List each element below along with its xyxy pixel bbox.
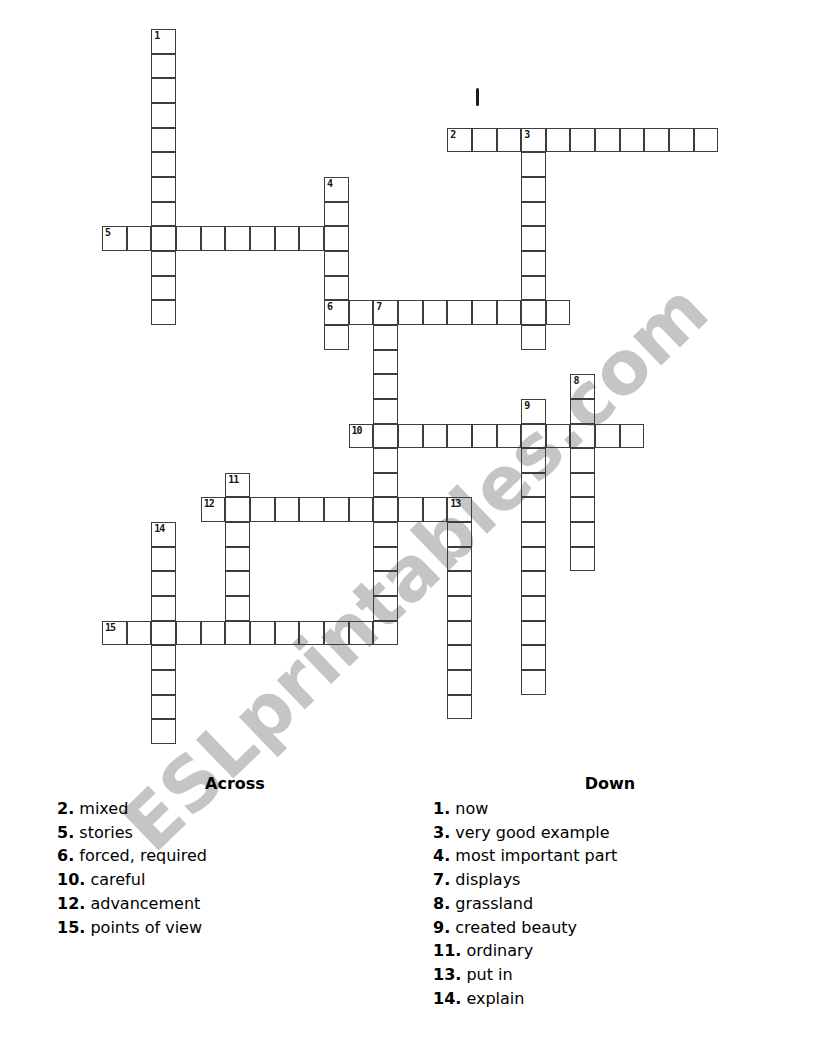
grid-cell[interactable]	[644, 128, 669, 153]
across-title: Across	[57, 775, 413, 793]
grid-cell[interactable]	[151, 103, 176, 128]
grid-cell[interactable]: 2	[447, 128, 472, 153]
grid-cell[interactable]	[447, 300, 472, 325]
grid-cell[interactable]	[694, 128, 719, 153]
grid-cell[interactable]	[521, 571, 546, 596]
clue-item-number: 6.	[57, 846, 74, 865]
clue-item-number: 5.	[57, 823, 74, 842]
clue-item: 2. mixed	[57, 797, 413, 821]
grid-cell[interactable]	[151, 128, 176, 153]
grid-cell[interactable]	[570, 547, 595, 572]
grid-cell[interactable]	[299, 497, 324, 522]
clue-item: 6. forced, required	[57, 844, 413, 868]
clue-item: 1. now	[433, 797, 787, 821]
grid-cell[interactable]	[521, 473, 546, 498]
grid-cell[interactable]	[447, 621, 472, 646]
clue-number: 5	[105, 227, 110, 239]
clue-item-number: 10.	[57, 870, 85, 889]
across-clue-list: 2. mixed5. stories6. forced, required10.…	[57, 797, 413, 939]
grid-cell[interactable]	[201, 621, 226, 646]
grid-cell[interactable]	[472, 128, 497, 153]
grid-cell[interactable]	[324, 325, 349, 350]
grid-cell[interactable]: 3	[521, 128, 546, 153]
grid-cell[interactable]	[521, 522, 546, 547]
grid-cell[interactable]	[521, 645, 546, 670]
grid-cell[interactable]: 4	[324, 177, 349, 202]
clue-item-number: 2.	[57, 799, 74, 818]
grid-cell[interactable]: 10	[349, 424, 374, 449]
grid-cell[interactable]	[373, 424, 398, 449]
clue-number: 7	[376, 301, 381, 313]
stray-cursor-mark	[476, 88, 479, 106]
grid-cell[interactable]: 11	[225, 473, 250, 498]
clue-item: 5. stories	[57, 821, 413, 845]
grid-cell[interactable]	[225, 621, 250, 646]
grid-cell[interactable]	[521, 448, 546, 473]
grid-cell[interactable]	[324, 202, 349, 227]
grid-cell[interactable]	[373, 547, 398, 572]
grid-cell[interactable]	[151, 596, 176, 621]
grid-cell[interactable]	[299, 226, 324, 251]
grid-cell[interactable]	[151, 226, 176, 251]
clue-item-number: 12.	[57, 894, 85, 913]
grid-cell[interactable]	[570, 424, 595, 449]
grid-cell[interactable]	[521, 424, 546, 449]
grid-cell[interactable]	[447, 571, 472, 596]
grid-cell[interactable]	[497, 424, 522, 449]
grid-cell[interactable]	[324, 276, 349, 301]
grid-cell[interactable]	[521, 325, 546, 350]
grid-cell[interactable]	[324, 621, 349, 646]
grid-cell[interactable]	[521, 251, 546, 276]
grid-cell[interactable]	[275, 621, 300, 646]
grid-cell[interactable]	[497, 300, 522, 325]
grid-cell[interactable]	[521, 547, 546, 572]
grid-cell[interactable]	[570, 399, 595, 424]
grid-cell[interactable]: 12	[201, 497, 226, 522]
grid-cell[interactable]	[423, 424, 448, 449]
clue-item-number: 11.	[433, 941, 461, 960]
grid-cell[interactable]	[275, 497, 300, 522]
grid-cell[interactable]	[497, 128, 522, 153]
grid-cell[interactable]	[250, 497, 275, 522]
grid-cell[interactable]	[373, 596, 398, 621]
crossword-worksheet: ESLprintables.com 123456789101112131415 …	[0, 0, 821, 1062]
grid-cell[interactable]: 15	[102, 621, 127, 646]
clue-number: 1	[154, 30, 159, 42]
grid-cell[interactable]	[521, 276, 546, 301]
grid-cell[interactable]	[151, 152, 176, 177]
grid-cell[interactable]	[570, 128, 595, 153]
clue-item: 14. explain	[433, 987, 787, 1011]
grid-cell[interactable]: 9	[521, 399, 546, 424]
grid-cell[interactable]	[521, 596, 546, 621]
down-clues-section: Down 1. now3. very good example4. most i…	[433, 775, 787, 1010]
grid-cell[interactable]	[225, 547, 250, 572]
grid-cell[interactable]	[151, 621, 176, 646]
grid-cell[interactable]	[373, 497, 398, 522]
clue-item-number: 1.	[433, 799, 450, 818]
down-clue-list: 1. now3. very good example4. most import…	[433, 797, 787, 1010]
grid-cell[interactable]: 8	[570, 374, 595, 399]
grid-cell[interactable]: 1	[151, 29, 176, 54]
grid-cell[interactable]	[151, 547, 176, 572]
clue-item: 12. advancement	[57, 892, 413, 916]
grid-cell[interactable]	[373, 473, 398, 498]
grid-cell[interactable]	[275, 226, 300, 251]
grid-cell[interactable]	[447, 695, 472, 720]
grid-cell[interactable]	[447, 522, 472, 547]
grid-cell[interactable]	[521, 226, 546, 251]
grid-cell[interactable]	[521, 152, 546, 177]
clue-item-number: 9.	[433, 918, 450, 937]
clue-number: 2	[450, 129, 455, 141]
clue-number: 12	[204, 498, 214, 510]
clue-number: 8	[573, 375, 578, 387]
grid-cell[interactable]	[349, 621, 374, 646]
grid-cell[interactable]	[546, 300, 571, 325]
grid-cell[interactable]	[151, 695, 176, 720]
grid-cell[interactable]	[151, 276, 176, 301]
grid-cell[interactable]	[521, 202, 546, 227]
clue-number: 4	[327, 178, 332, 190]
grid-cell[interactable]	[225, 596, 250, 621]
grid-cell[interactable]	[151, 54, 176, 79]
clue-item-number: 3.	[433, 823, 450, 842]
grid-cell[interactable]	[373, 621, 398, 646]
clue-item: 11. ordinary	[433, 939, 787, 963]
clue-number: 10	[352, 425, 362, 437]
grid-cell[interactable]	[349, 300, 374, 325]
grid-cell[interactable]	[447, 645, 472, 670]
clue-item: 4. most important part	[433, 844, 787, 868]
clue-item: 3. very good example	[433, 821, 787, 845]
grid-cell[interactable]	[250, 621, 275, 646]
grid-cell[interactable]	[151, 719, 176, 744]
grid-cell[interactable]	[447, 596, 472, 621]
grid-cell[interactable]	[570, 522, 595, 547]
grid-cell[interactable]	[570, 473, 595, 498]
clue-item: 15. points of view	[57, 916, 413, 940]
grid-cell[interactable]	[521, 300, 546, 325]
down-title: Down	[433, 775, 787, 793]
grid-cell[interactable]	[299, 621, 324, 646]
grid-cell[interactable]	[521, 177, 546, 202]
clue-item-number: 13.	[433, 965, 461, 984]
grid-cell[interactable]	[225, 522, 250, 547]
grid-cell[interactable]	[546, 424, 571, 449]
grid-cell[interactable]	[127, 621, 152, 646]
clue-item-number: 14.	[433, 989, 461, 1008]
grid-cell[interactable]	[521, 497, 546, 522]
grid-cell[interactable]	[620, 424, 645, 449]
clue-number: 11	[228, 474, 238, 486]
grid-cell[interactable]	[373, 399, 398, 424]
grid-cell[interactable]	[447, 424, 472, 449]
grid-cell[interactable]	[447, 547, 472, 572]
grid-cell[interactable]: 7	[373, 300, 398, 325]
grid-cell[interactable]	[201, 226, 226, 251]
grid-cell[interactable]	[595, 424, 620, 449]
grid-cell[interactable]	[423, 497, 448, 522]
grid-cell[interactable]	[324, 226, 349, 251]
grid-cell[interactable]	[373, 374, 398, 399]
grid-cell[interactable]: 13	[447, 497, 472, 522]
grid-cell[interactable]	[398, 300, 423, 325]
grid-cell[interactable]	[250, 226, 275, 251]
clue-number: 15	[105, 622, 115, 634]
grid-cell[interactable]	[151, 670, 176, 695]
grid-cell[interactable]	[373, 350, 398, 375]
grid-cell[interactable]	[669, 128, 694, 153]
grid-cell[interactable]	[398, 497, 423, 522]
grid-cell[interactable]	[176, 226, 201, 251]
grid-cell[interactable]	[472, 424, 497, 449]
grid-cell[interactable]	[151, 78, 176, 103]
grid-cell[interactable]	[151, 177, 176, 202]
grid-cell[interactable]: 5	[102, 226, 127, 251]
grid-cell[interactable]	[373, 522, 398, 547]
grid-cell[interactable]	[423, 300, 448, 325]
grid-cell[interactable]	[521, 670, 546, 695]
clue-number: 3	[524, 129, 529, 141]
grid-cell[interactable]	[151, 571, 176, 596]
across-clues-section: Across 2. mixed5. stories6. forced, requ…	[57, 775, 413, 939]
grid-cell[interactable]	[151, 300, 176, 325]
clue-number: 9	[524, 400, 529, 412]
grid-cell[interactable]: 6	[324, 300, 349, 325]
clue-item-number: 15.	[57, 918, 85, 937]
grid-cell[interactable]	[570, 497, 595, 522]
grid-cell[interactable]: 14	[151, 522, 176, 547]
grid-cell[interactable]	[324, 251, 349, 276]
grid-cell[interactable]	[151, 202, 176, 227]
clue-number: 14	[154, 523, 164, 535]
clue-item: 7. displays	[433, 868, 787, 892]
grid-cell[interactable]	[324, 497, 349, 522]
grid-cell[interactable]	[472, 300, 497, 325]
clue-item: 13. put in	[433, 963, 787, 987]
clue-number: 6	[327, 301, 332, 313]
crossword-grid: 123456789101112131415	[102, 29, 718, 744]
grid-cell[interactable]	[176, 621, 201, 646]
grid-cell[interactable]	[373, 325, 398, 350]
grid-cell[interactable]	[373, 571, 398, 596]
grid-cell[interactable]	[225, 497, 250, 522]
grid-cell[interactable]	[225, 571, 250, 596]
grid-cell[interactable]	[595, 128, 620, 153]
grid-cell[interactable]	[373, 448, 398, 473]
grid-cell[interactable]	[349, 497, 374, 522]
clue-item: 10. careful	[57, 868, 413, 892]
grid-cell[interactable]	[521, 621, 546, 646]
clue-number: 13	[450, 498, 460, 510]
grid-cell[interactable]	[398, 424, 423, 449]
clue-item-number: 8.	[433, 894, 450, 913]
clue-item-number: 4.	[433, 846, 450, 865]
grid-cell[interactable]	[225, 226, 250, 251]
clue-item: 8. grassland	[433, 892, 787, 916]
grid-cell[interactable]	[546, 128, 571, 153]
grid-cell[interactable]	[570, 448, 595, 473]
grid-cell[interactable]	[127, 226, 152, 251]
clue-item-number: 7.	[433, 870, 450, 889]
grid-cell[interactable]	[151, 645, 176, 670]
grid-cell[interactable]	[620, 128, 645, 153]
clue-item: 9. created beauty	[433, 916, 787, 940]
grid-cell[interactable]	[151, 251, 176, 276]
grid-cell[interactable]	[447, 670, 472, 695]
